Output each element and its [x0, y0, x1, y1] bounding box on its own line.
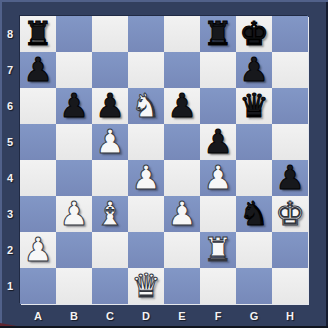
square-e2[interactable] [164, 232, 200, 268]
square-d3[interactable] [128, 196, 164, 232]
square-f7[interactable] [200, 52, 236, 88]
file-label-b: B [56, 306, 92, 326]
piece-black-queen[interactable]: ♛ [239, 88, 269, 124]
rank-labels: 87654321 [0, 16, 20, 304]
square-e6[interactable]: ♟ [164, 88, 200, 124]
square-h6[interactable] [272, 88, 308, 124]
piece-white-pawn[interactable]: ♟ [167, 196, 197, 232]
square-e3[interactable]: ♟ [164, 196, 200, 232]
rank-label-4: 4 [0, 160, 20, 196]
square-d1[interactable]: ♛ [128, 268, 164, 304]
square-c4[interactable] [92, 160, 128, 196]
square-b4[interactable] [56, 160, 92, 196]
square-a8[interactable]: ♜ [20, 16, 56, 52]
piece-white-pawn[interactable]: ♟ [203, 160, 233, 196]
square-h4[interactable]: ♟ [272, 160, 308, 196]
rank-label-7: 7 [0, 52, 20, 88]
square-h1[interactable] [272, 268, 308, 304]
square-g7[interactable]: ♟ [236, 52, 272, 88]
square-c7[interactable] [92, 52, 128, 88]
file-label-h: H [272, 306, 308, 326]
square-b5[interactable] [56, 124, 92, 160]
square-b1[interactable] [56, 268, 92, 304]
rank-label-5: 5 [0, 124, 20, 160]
square-a5[interactable] [20, 124, 56, 160]
square-d8[interactable] [128, 16, 164, 52]
square-f3[interactable] [200, 196, 236, 232]
file-labels: ABCDEFGH [20, 306, 308, 326]
square-c8[interactable] [92, 16, 128, 52]
square-h3[interactable]: ♚ [272, 196, 308, 232]
square-h7[interactable] [272, 52, 308, 88]
rank-label-6: 6 [0, 88, 20, 124]
file-label-f: F [200, 306, 236, 326]
piece-white-knight[interactable]: ♞ [131, 88, 161, 124]
square-g3[interactable]: ♞ [236, 196, 272, 232]
square-g4[interactable] [236, 160, 272, 196]
rank-label-1: 1 [0, 268, 20, 304]
square-e7[interactable] [164, 52, 200, 88]
square-d6[interactable]: ♞ [128, 88, 164, 124]
square-c3[interactable]: ♝ [92, 196, 128, 232]
square-b3[interactable]: ♟ [56, 196, 92, 232]
board: ♜♜♚♟♟♟♟♞♟♛♟♟♟♟♟♟♝♟♞♚♟♜♛ [20, 16, 308, 304]
piece-black-pawn[interactable]: ♟ [203, 124, 233, 160]
piece-black-knight[interactable]: ♞ [239, 196, 269, 232]
square-d4[interactable]: ♟ [128, 160, 164, 196]
piece-white-pawn[interactable]: ♟ [131, 160, 161, 196]
square-g1[interactable] [236, 268, 272, 304]
file-label-e: E [164, 306, 200, 326]
square-h2[interactable] [272, 232, 308, 268]
chess-board-window: 87654321 ♜♜♚♟♟♟♟♞♟♛♟♟♟♟♟♟♝♟♞♚♟♜♛ ABCDEFG… [0, 0, 328, 328]
square-c2[interactable] [92, 232, 128, 268]
piece-white-rook[interactable]: ♜ [203, 232, 233, 268]
square-f1[interactable] [200, 268, 236, 304]
square-h5[interactable] [272, 124, 308, 160]
file-label-c: C [92, 306, 128, 326]
piece-black-pawn[interactable]: ♟ [275, 160, 305, 196]
square-e5[interactable] [164, 124, 200, 160]
file-label-d: D [128, 306, 164, 326]
file-label-g: G [236, 306, 272, 326]
square-a2[interactable]: ♟ [20, 232, 56, 268]
square-f2[interactable]: ♜ [200, 232, 236, 268]
square-a3[interactable] [20, 196, 56, 232]
square-a7[interactable]: ♟ [20, 52, 56, 88]
square-c1[interactable] [92, 268, 128, 304]
square-b8[interactable] [56, 16, 92, 52]
file-label-a: A [20, 306, 56, 326]
square-f4[interactable]: ♟ [200, 160, 236, 196]
square-b6[interactable]: ♟ [56, 88, 92, 124]
square-g6[interactable]: ♛ [236, 88, 272, 124]
piece-white-king[interactable]: ♚ [275, 196, 305, 232]
square-d5[interactable] [128, 124, 164, 160]
piece-white-queen[interactable]: ♛ [131, 268, 161, 304]
square-a1[interactable] [20, 268, 56, 304]
rank-label-2: 2 [0, 232, 20, 268]
piece-white-pawn[interactable]: ♟ [59, 196, 89, 232]
square-h8[interactable] [272, 16, 308, 52]
piece-black-rook[interactable]: ♜ [23, 16, 53, 52]
piece-white-pawn[interactable]: ♟ [95, 124, 125, 160]
square-b7[interactable] [56, 52, 92, 88]
piece-black-pawn[interactable]: ♟ [23, 52, 53, 88]
square-d2[interactable] [128, 232, 164, 268]
square-d7[interactable] [128, 52, 164, 88]
square-b2[interactable] [56, 232, 92, 268]
piece-black-pawn[interactable]: ♟ [239, 52, 269, 88]
piece-black-pawn[interactable]: ♟ [59, 88, 89, 124]
square-a6[interactable] [20, 88, 56, 124]
square-f6[interactable] [200, 88, 236, 124]
piece-black-rook[interactable]: ♜ [203, 16, 233, 52]
square-e8[interactable] [164, 16, 200, 52]
piece-white-bishop[interactable]: ♝ [95, 196, 125, 232]
square-f8[interactable]: ♜ [200, 16, 236, 52]
piece-black-pawn[interactable]: ♟ [167, 88, 197, 124]
piece-white-pawn[interactable]: ♟ [23, 232, 53, 268]
piece-black-pawn[interactable]: ♟ [95, 88, 125, 124]
square-g5[interactable] [236, 124, 272, 160]
square-f5[interactable]: ♟ [200, 124, 236, 160]
piece-black-king[interactable]: ♚ [239, 16, 269, 52]
rank-label-8: 8 [0, 16, 20, 52]
square-e4[interactable] [164, 160, 200, 196]
square-c5[interactable]: ♟ [92, 124, 128, 160]
square-g2[interactable] [236, 232, 272, 268]
square-a4[interactable] [20, 160, 56, 196]
square-e1[interactable] [164, 268, 200, 304]
square-c6[interactable]: ♟ [92, 88, 128, 124]
rank-label-3: 3 [0, 196, 20, 232]
square-g8[interactable]: ♚ [236, 16, 272, 52]
